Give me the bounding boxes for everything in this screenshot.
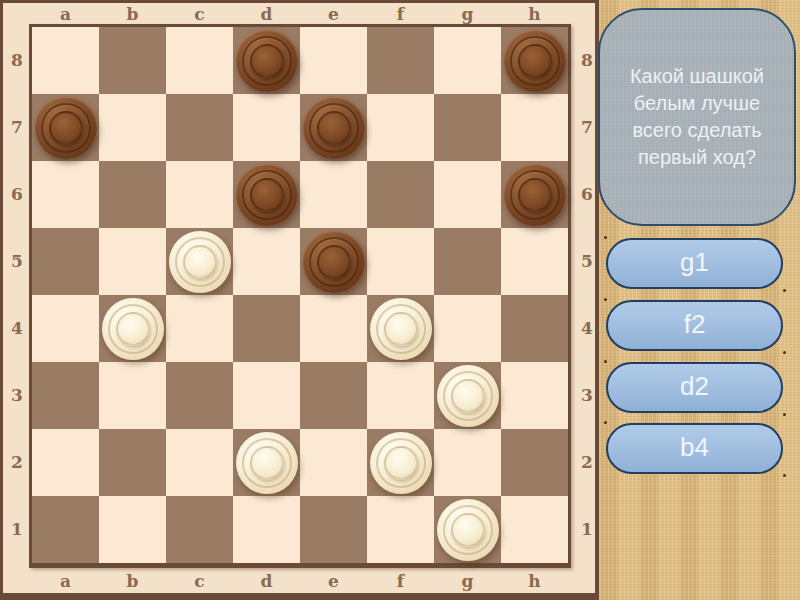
square-h4: [501, 295, 568, 362]
square-a1: [32, 496, 99, 563]
rank-label-2: 2: [574, 429, 600, 496]
square-d2: [233, 429, 300, 496]
file-label-e: e: [300, 3, 367, 24]
checker-black-h8: [504, 30, 566, 92]
square-d5: [233, 228, 300, 295]
square-d7: [233, 94, 300, 161]
file-label-f: f: [367, 570, 434, 596]
checker-white-d2: [236, 432, 298, 494]
rank-label-2: 2: [3, 429, 31, 496]
square-f4: [367, 295, 434, 362]
board-grid: [29, 24, 571, 568]
square-g1: [434, 496, 501, 563]
square-d6: [233, 161, 300, 228]
square-a5: [32, 228, 99, 295]
answer-option-2-box: f2: [606, 300, 783, 351]
file-label-b: b: [99, 570, 166, 596]
file-label-h: h: [501, 3, 568, 24]
checker-white-f2: [370, 432, 432, 494]
square-d1: [233, 496, 300, 563]
square-e8: [300, 27, 367, 94]
checker-white-g3: [437, 365, 499, 427]
answer-option-1-box: g1: [606, 238, 783, 289]
rank-label-1: 1: [3, 496, 31, 563]
rank-label-3: 3: [3, 362, 31, 429]
square-a7: [32, 94, 99, 161]
checker-white-c5: [169, 231, 231, 293]
square-e3: [300, 362, 367, 429]
square-c1: [166, 496, 233, 563]
checker-black-e5: [303, 231, 365, 293]
square-f2: [367, 429, 434, 496]
file-label-h: h: [501, 570, 568, 596]
square-e5: [300, 228, 367, 295]
square-f3: [367, 362, 434, 429]
square-h7: [501, 94, 568, 161]
answer-button-d2[interactable]: d2: [606, 362, 783, 413]
file-label-g: g: [434, 3, 501, 24]
file-label-b: b: [99, 3, 166, 24]
question-text: Какой шашкой белым лучше всего сделать п…: [618, 63, 776, 171]
rank-label-4: 4: [3, 295, 31, 362]
square-b7: [99, 94, 166, 161]
file-label-a: a: [32, 3, 99, 24]
checker-black-e7: [303, 97, 365, 159]
square-g3: [434, 362, 501, 429]
square-e7: [300, 94, 367, 161]
square-g4: [434, 295, 501, 362]
file-label-d: d: [233, 3, 300, 24]
checkers-board: abcdefgh abcdefgh 87654321 87654321: [0, 0, 599, 600]
square-h8: [501, 27, 568, 94]
rank-label-7: 7: [574, 94, 600, 161]
square-e4: [300, 295, 367, 362]
square-g7: [434, 94, 501, 161]
rank-label-5: 5: [3, 228, 31, 295]
answer-option-3-box: d2: [606, 362, 783, 413]
square-b6: [99, 161, 166, 228]
square-h1: [501, 496, 568, 563]
rank-labels-right: 87654321: [574, 27, 600, 563]
file-label-c: c: [166, 3, 233, 24]
square-h5: [501, 228, 568, 295]
square-a6: [32, 161, 99, 228]
file-labels-top: abcdefgh: [32, 3, 568, 24]
answer-button-g1[interactable]: g1: [606, 238, 783, 289]
answer-button-f2[interactable]: f2: [606, 300, 783, 351]
file-label-e: e: [300, 570, 367, 596]
checker-black-h6: [504, 164, 566, 226]
square-a4: [32, 295, 99, 362]
square-f5: [367, 228, 434, 295]
square-b5: [99, 228, 166, 295]
square-f6: [367, 161, 434, 228]
square-h6: [501, 161, 568, 228]
square-g6: [434, 161, 501, 228]
file-label-f: f: [367, 3, 434, 24]
file-label-c: c: [166, 570, 233, 596]
square-b2: [99, 429, 166, 496]
checker-black-a7: [35, 97, 97, 159]
square-d4: [233, 295, 300, 362]
rank-label-6: 6: [3, 161, 31, 228]
square-d3: [233, 362, 300, 429]
square-b3: [99, 362, 166, 429]
square-e6: [300, 161, 367, 228]
checker-white-g1: [437, 499, 499, 561]
square-f7: [367, 94, 434, 161]
rank-label-3: 3: [574, 362, 600, 429]
square-c2: [166, 429, 233, 496]
file-label-g: g: [434, 570, 501, 596]
square-c3: [166, 362, 233, 429]
answer-option-4-box: b4: [606, 423, 783, 474]
square-e1: [300, 496, 367, 563]
rank-label-5: 5: [574, 228, 600, 295]
question-panel: Какой шашкой белым лучше всего сделать п…: [598, 8, 796, 226]
square-c5: [166, 228, 233, 295]
square-f8: [367, 27, 434, 94]
rank-labels-left: 87654321: [3, 27, 31, 563]
rank-label-4: 4: [574, 295, 600, 362]
square-c4: [166, 295, 233, 362]
square-g2: [434, 429, 501, 496]
square-b4: [99, 295, 166, 362]
square-e2: [300, 429, 367, 496]
checker-black-d8: [236, 30, 298, 92]
square-b1: [99, 496, 166, 563]
square-a8: [32, 27, 99, 94]
square-g5: [434, 228, 501, 295]
square-f1: [367, 496, 434, 563]
file-label-d: d: [233, 570, 300, 596]
square-d8: [233, 27, 300, 94]
rank-label-8: 8: [3, 27, 31, 94]
checker-white-b4: [102, 298, 164, 360]
rank-label-8: 8: [574, 27, 600, 94]
file-labels-bottom: abcdefgh: [32, 570, 568, 596]
rank-label-1: 1: [574, 496, 600, 563]
square-h2: [501, 429, 568, 496]
checker-black-d6: [236, 164, 298, 226]
answer-button-b4[interactable]: b4: [606, 423, 783, 474]
file-label-a: a: [32, 570, 99, 596]
square-a2: [32, 429, 99, 496]
square-b8: [99, 27, 166, 94]
square-g8: [434, 27, 501, 94]
square-a3: [32, 362, 99, 429]
checker-white-f4: [370, 298, 432, 360]
rank-label-7: 7: [3, 94, 31, 161]
rank-label-6: 6: [574, 161, 600, 228]
square-c8: [166, 27, 233, 94]
square-h3: [501, 362, 568, 429]
square-c7: [166, 94, 233, 161]
square-c6: [166, 161, 233, 228]
